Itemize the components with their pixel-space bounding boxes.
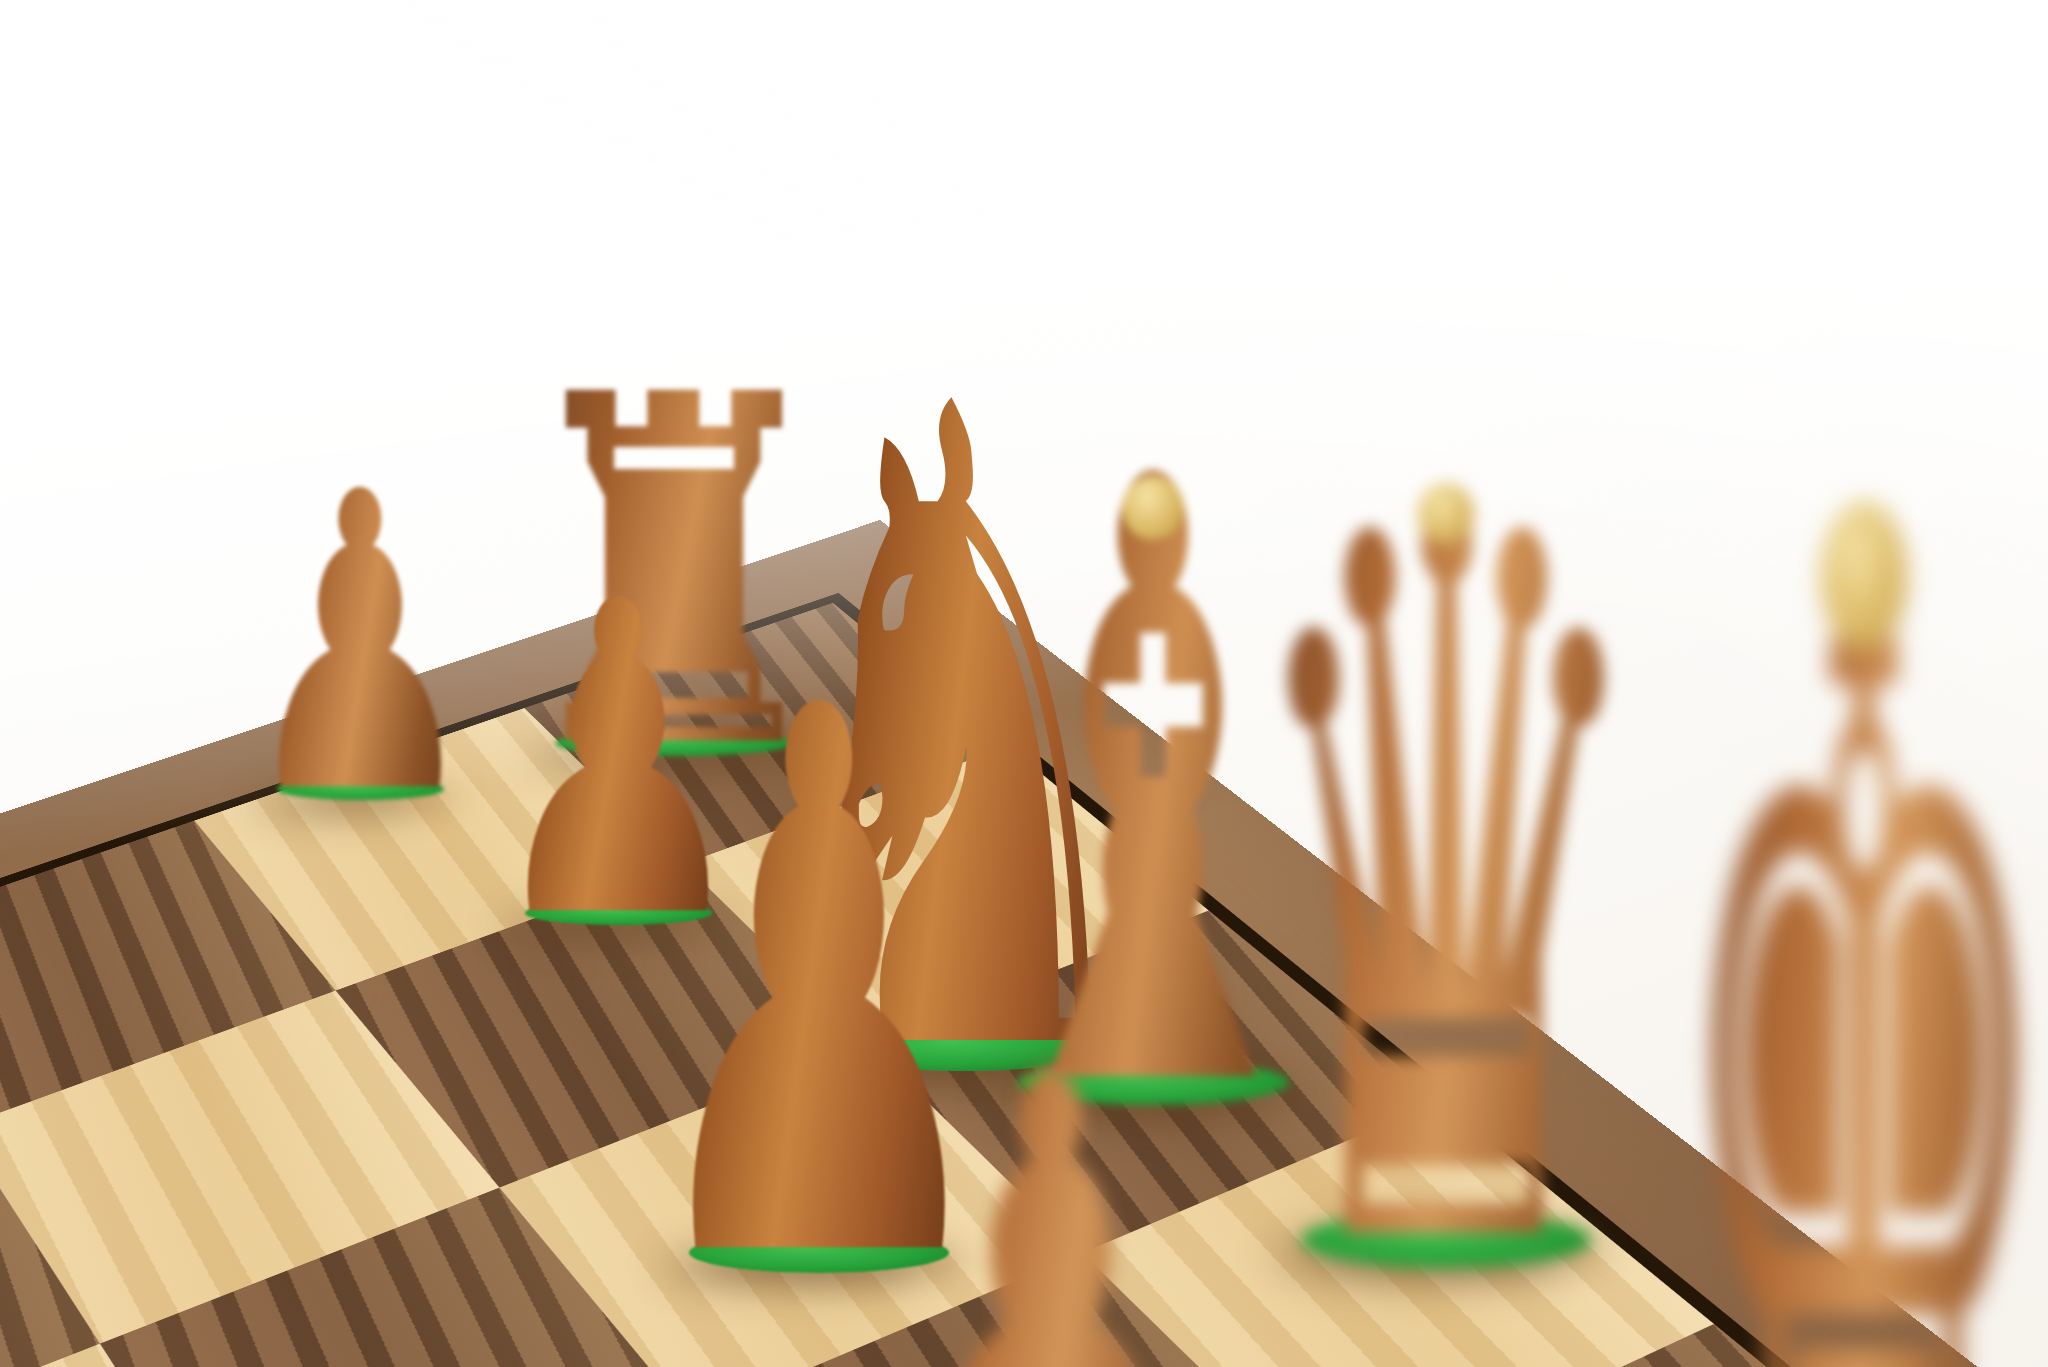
chess-pieces-layer: ♜♟♟♞♝♛♟♟♚ [0, 0, 2048, 1367]
photo-stage: ♜♟♟♞♝♛♟♟♚ [0, 0, 2048, 1367]
pawn-back-left-glyph: ♟ [239, 439, 482, 849]
pawn-cropped-glyph: ♟ [878, 994, 1222, 1367]
queen-boxwood-finial [1418, 483, 1474, 545]
king-boxwood-finial [1821, 501, 1907, 651]
bishop-boxwood-finial [1122, 476, 1184, 540]
